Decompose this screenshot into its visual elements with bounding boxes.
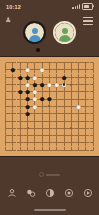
board-cell-c11[interactable]	[17, 132, 24, 139]
board-cell-j4[interactable]	[68, 81, 75, 88]
black-player-avatar[interactable]	[23, 21, 46, 44]
board-cell-f4[interactable]: ●	[38, 81, 45, 88]
board-cell-b8[interactable]	[9, 110, 16, 117]
board-cell-c5[interactable]: ●	[17, 88, 24, 95]
board-cell-g2[interactable]	[46, 66, 53, 73]
stones-icon[interactable]	[25, 187, 37, 199]
board-cell-h7[interactable]	[53, 103, 60, 110]
board-cell-d12[interactable]	[24, 139, 31, 146]
board-cell-m8[interactable]	[90, 110, 97, 117]
board-cell-k1[interactable]	[75, 59, 82, 66]
board-cell-l10[interactable]	[82, 125, 89, 132]
battery-icon	[82, 3, 93, 10]
board-cell-b7[interactable]	[9, 103, 16, 110]
board-cell-i8[interactable]	[60, 110, 67, 117]
board-cell-e11[interactable]	[31, 132, 38, 139]
board-cell-l1[interactable]	[82, 59, 89, 66]
white-stone: ●	[75, 103, 82, 110]
board-cell-h12[interactable]	[53, 139, 60, 146]
board-cell-f9[interactable]	[38, 117, 45, 124]
star-point	[27, 127, 29, 129]
board-cell-h2[interactable]	[53, 66, 60, 73]
board-cell-f6[interactable]: ●	[38, 95, 45, 102]
board-cell-b11[interactable]	[9, 132, 16, 139]
watermark-ring-icon	[39, 172, 44, 177]
board-cell-i13[interactable]	[60, 147, 67, 154]
board-cell-k9[interactable]	[75, 117, 82, 124]
board-cell-j12[interactable]	[68, 139, 75, 146]
board-cell-b5[interactable]	[9, 88, 16, 95]
board-cell-a4[interactable]	[2, 81, 9, 88]
board-cell-m2[interactable]	[90, 66, 97, 73]
board-cell-h10[interactable]	[53, 125, 60, 132]
board-cell-h6[interactable]	[53, 95, 60, 102]
board-cell-k5[interactable]	[75, 88, 82, 95]
board-cell-j1[interactable]	[68, 59, 75, 66]
board-cell-i9[interactable]	[60, 117, 67, 124]
board-cell-a3[interactable]	[2, 74, 9, 81]
board-cell-f10[interactable]	[38, 125, 45, 132]
signal-icon	[72, 4, 80, 9]
board-cell-g9[interactable]	[46, 117, 53, 124]
black-stone: ●	[38, 81, 45, 88]
board-cell-j8[interactable]	[68, 110, 75, 117]
board-cell-h8[interactable]	[53, 110, 60, 117]
board-cell-l2[interactable]	[82, 66, 89, 73]
board-cell-m3[interactable]	[90, 74, 97, 81]
black-stone: ●	[46, 95, 53, 102]
board-cell-a11[interactable]	[2, 132, 9, 139]
board-cell-f12[interactable]	[38, 139, 45, 146]
board-cell-l11[interactable]	[82, 132, 89, 139]
board-cell-d8[interactable]: ●	[24, 110, 31, 117]
board-cell-g8[interactable]	[46, 110, 53, 117]
person-icon	[32, 28, 38, 34]
board-cell-k10[interactable]	[75, 125, 82, 132]
black-stone: ●	[38, 95, 45, 102]
go-board[interactable]: ●●●●●●●●●●●●●●●●●●●●●●●●	[0, 56, 99, 157]
board-cell-m7[interactable]	[90, 103, 97, 110]
go-board-grid: ●●●●●●●●●●●●●●●●●●●●●●●●	[2, 59, 97, 154]
status-time: 10:12	[6, 4, 21, 10]
status-icons	[72, 3, 93, 10]
board-cell-c13[interactable]	[17, 147, 24, 154]
star-point	[70, 127, 72, 129]
watermark-logo	[0, 172, 99, 177]
board-cell-i10[interactable]	[60, 125, 67, 132]
home-indicator[interactable]	[34, 209, 66, 212]
board-cell-c1[interactable]	[17, 59, 24, 66]
board-cell-f2[interactable]: ●	[38, 66, 45, 73]
footer	[0, 161, 99, 215]
white-player-avatar[interactable]	[53, 21, 76, 44]
star-point	[48, 105, 50, 107]
board-cell-m11[interactable]	[90, 132, 97, 139]
board-cell-a1[interactable]	[2, 59, 9, 66]
board-cell-l5[interactable]	[82, 88, 89, 95]
board-cell-d11[interactable]	[24, 132, 31, 139]
board-cell-f11[interactable]	[38, 132, 45, 139]
board-cell-h4[interactable]: ●	[53, 81, 60, 88]
board-cell-a12[interactable]	[2, 139, 9, 146]
board-cell-j6[interactable]	[68, 95, 75, 102]
board-cell-k11[interactable]	[75, 132, 82, 139]
board-cell-h11[interactable]	[53, 132, 60, 139]
board-cell-i12[interactable]	[60, 139, 67, 146]
board-cell-h13[interactable]	[53, 147, 60, 154]
board-cell-d10[interactable]	[24, 125, 31, 132]
board-cell-a2[interactable]	[2, 66, 9, 73]
board-cell-i4[interactable]: ●	[60, 81, 67, 88]
board-cell-a13[interactable]	[2, 147, 9, 154]
board-cell-g4[interactable]: ●	[46, 81, 53, 88]
star-point	[70, 84, 72, 86]
person-icon	[62, 28, 68, 34]
board-cell-i1[interactable]	[60, 59, 67, 66]
board-cell-l4[interactable]	[82, 81, 89, 88]
board-cell-e1[interactable]	[31, 59, 38, 66]
board-cell-b9[interactable]	[9, 117, 16, 124]
board-cell-a5[interactable]	[2, 88, 9, 95]
board-cell-k2[interactable]	[75, 66, 82, 73]
board-cell-c7[interactable]	[17, 103, 24, 110]
board-cell-i7[interactable]	[60, 103, 67, 110]
board-cell-l6[interactable]	[82, 95, 89, 102]
board-cell-m6[interactable]	[90, 95, 97, 102]
white-stone: ●	[60, 81, 67, 88]
black-stone: ●	[17, 88, 24, 95]
board-cell-l8[interactable]	[82, 110, 89, 117]
board-cell-g12[interactable]	[46, 139, 53, 146]
board-cell-h1[interactable]	[53, 59, 60, 66]
board-cell-b13[interactable]	[9, 147, 16, 154]
board-cell-j9[interactable]	[68, 117, 75, 124]
board-cell-c9[interactable]	[17, 117, 24, 124]
board-cell-j10[interactable]	[68, 125, 75, 132]
board-cell-b2[interactable]: ●	[9, 66, 16, 73]
board-cell-e7[interactable]: ●	[31, 103, 38, 110]
board-cell-g10[interactable]	[46, 125, 53, 132]
board-cell-e13[interactable]	[31, 147, 38, 154]
board-cell-e12[interactable]	[31, 139, 38, 146]
board-cell-a6[interactable]	[2, 95, 9, 102]
board-cell-k4[interactable]	[75, 81, 82, 88]
header: ♟	[0, 13, 99, 56]
board-cell-c12[interactable]	[17, 139, 24, 146]
status-bar: 10:12	[0, 0, 99, 13]
board-cell-k7[interactable]: ●	[75, 103, 82, 110]
board-cell-j3[interactable]	[68, 74, 75, 81]
board-cell-b4[interactable]	[9, 81, 16, 88]
board-cell-a10[interactable]	[2, 125, 9, 132]
players-icon[interactable]	[6, 187, 18, 199]
board-cell-c10[interactable]	[17, 125, 24, 132]
board-cell-m5[interactable]	[90, 88, 97, 95]
players-row	[0, 21, 99, 44]
board-cell-m12[interactable]	[90, 139, 97, 146]
board-cell-g11[interactable]	[46, 132, 53, 139]
board-cell-j2[interactable]	[68, 66, 75, 73]
black-stone: ●	[17, 74, 24, 81]
board-cell-e10[interactable]	[31, 125, 38, 132]
board-cell-i6[interactable]	[60, 95, 67, 102]
board-cell-a8[interactable]	[2, 110, 9, 117]
next-move-icon[interactable]	[82, 187, 94, 199]
white-stone: ●	[31, 103, 38, 110]
turn-indicator-dot	[36, 48, 40, 52]
board-cell-a9[interactable]	[2, 117, 9, 124]
black-stone: ●	[24, 110, 31, 117]
board-cell-h9[interactable]	[53, 117, 60, 124]
white-stone: ●	[53, 81, 60, 88]
board-cell-f8[interactable]	[38, 110, 45, 117]
board-cell-a7[interactable]	[2, 103, 9, 110]
board-cell-m4[interactable]	[90, 81, 97, 88]
board-cell-j5[interactable]	[68, 88, 75, 95]
black-stone: ●	[9, 66, 16, 73]
white-stone: ●	[46, 81, 53, 88]
board-cell-i11[interactable]	[60, 132, 67, 139]
board-cell-g13[interactable]	[46, 147, 53, 154]
board-cell-m10[interactable]	[90, 125, 97, 132]
board-cell-l9[interactable]	[82, 117, 89, 124]
board-cell-l7[interactable]	[82, 103, 89, 110]
white-stone: ●	[38, 66, 45, 73]
board-cell-k13[interactable]	[75, 147, 82, 154]
board-cell-b12[interactable]	[9, 139, 16, 146]
board-cell-g1[interactable]	[46, 59, 53, 66]
board-cell-g6[interactable]: ●	[46, 95, 53, 102]
board-cell-m9[interactable]	[90, 117, 97, 124]
board-cell-c8[interactable]	[17, 110, 24, 117]
bottom-toolbar	[2, 187, 97, 199]
board-cell-j7[interactable]	[68, 103, 75, 110]
board-cell-b6[interactable]	[9, 95, 16, 102]
board-cell-c3[interactable]: ●	[17, 74, 24, 81]
board-cell-m13[interactable]	[90, 147, 97, 154]
board-cell-k3[interactable]	[75, 74, 82, 81]
app-screen: 10:12 ♟ ●●●●●●●●●●●●●●●●●●●●●●●●	[0, 0, 99, 215]
record-icon[interactable]	[63, 187, 75, 199]
board-cell-l3[interactable]	[82, 74, 89, 81]
board-cell-j13[interactable]	[68, 147, 75, 154]
board-cell-m1[interactable]	[90, 59, 97, 66]
board-cell-l12[interactable]	[82, 139, 89, 146]
board-cell-j11[interactable]	[68, 132, 75, 139]
territory-icon[interactable]	[44, 187, 56, 199]
board-cell-b10[interactable]	[9, 125, 16, 132]
board-cell-k12[interactable]	[75, 139, 82, 146]
board-cell-d13[interactable]	[24, 147, 31, 154]
board-cell-f13[interactable]	[38, 147, 45, 154]
board-cell-l13[interactable]	[82, 147, 89, 154]
board-cell-e9[interactable]	[31, 117, 38, 124]
last-move-marker	[63, 83, 65, 85]
